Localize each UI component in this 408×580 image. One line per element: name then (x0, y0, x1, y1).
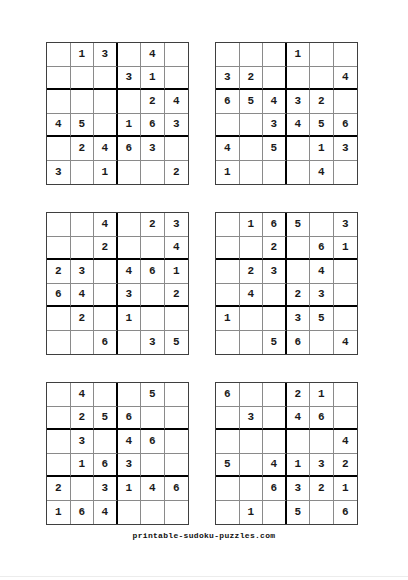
sudoku-cell-r6c6[interactable] (334, 161, 358, 185)
sudoku-cell-r2c5: 1 (141, 67, 165, 91)
sudoku-cell-r5c6: 3 (334, 137, 358, 161)
sudoku-cell-r5c2: 2 (71, 137, 95, 161)
sudoku-cell-r2c1: 3 (216, 67, 240, 91)
sudoku-cell-r6c3: 4 (94, 501, 118, 525)
sudoku-cell-r6c4: 5 (287, 501, 311, 525)
sudoku-cell-r5c6[interactable] (165, 307, 189, 331)
sudoku-cell-r4c4: 3 (118, 284, 142, 308)
sudoku-cell-r5c3: 4 (94, 137, 118, 161)
sudoku-cell-r3c3[interactable] (94, 90, 118, 114)
sudoku-cell-r1c4: 5 (287, 213, 311, 237)
sudoku-cell-r1c4: 1 (287, 43, 311, 67)
sudoku-cell-r1c5: 2 (141, 213, 165, 237)
sudoku-cell-r4c4: 4 (287, 114, 311, 138)
sudoku-cell-r6c5[interactable] (141, 161, 165, 185)
sudoku-cell-r2c6: 4 (165, 237, 189, 261)
sudoku-cell-r6c2: 6 (71, 501, 95, 525)
sudoku-cell-r2c3: 5 (94, 407, 118, 431)
sudoku-cell-r4c6: 2 (334, 454, 358, 478)
sudoku-cell-r2c6: 1 (334, 237, 358, 261)
sudoku-cell-r6c3[interactable] (263, 501, 287, 525)
sudoku-cell-r3c2: 2 (240, 260, 264, 284)
sudoku-cell-r2c5: 6 (310, 237, 334, 261)
sudoku-cell-r4c3: 4 (263, 454, 287, 478)
sudoku-cell-r5c1[interactable] (47, 307, 71, 331)
sudoku-cell-r2c2[interactable] (240, 237, 264, 261)
sudoku-cell-r2c3[interactable] (94, 67, 118, 91)
sudoku-cell-r1c6[interactable] (334, 383, 358, 407)
sudoku-cell-r4c2: 4 (71, 284, 95, 308)
sudoku-cell-r5c4: 3 (287, 477, 311, 501)
sudoku-cell-r6c1: 1 (47, 501, 71, 525)
sudoku-cell-r5c2[interactable] (71, 477, 95, 501)
sudoku-cell-r3c6: 4 (334, 430, 358, 454)
sudoku-cell-r1c2[interactable] (71, 213, 95, 237)
sudoku-cell-r6c1[interactable] (47, 331, 71, 355)
sudoku-cell-r4c1: 6 (47, 284, 71, 308)
sudoku-cell-r2c4[interactable] (118, 237, 142, 261)
sudoku-cell-r3c3[interactable] (263, 430, 287, 454)
sudoku-cell-r5c5: 1 (310, 137, 334, 161)
sudoku-cell-r1c3: 6 (263, 213, 287, 237)
sudoku-cell-r2c4: 6 (118, 407, 142, 431)
sudoku-cell-r2c2: 3 (240, 407, 264, 431)
sudoku-cell-r4c5: 3 (310, 454, 334, 478)
sudoku-cell-r2c6[interactable] (165, 67, 189, 91)
sudoku-cell-r6c4: 6 (287, 331, 311, 355)
sudoku-cell-r4c1[interactable] (47, 454, 71, 478)
sudoku-cell-r3c6: 4 (165, 90, 189, 114)
sudoku-cell-r5c3: 6 (263, 477, 287, 501)
sudoku-cell-r5c2: 2 (71, 307, 95, 331)
sudoku-cell-r6c5[interactable] (141, 501, 165, 525)
sudoku-cell-r1c2[interactable] (240, 43, 264, 67)
sudoku-cell-r2c3[interactable] (263, 407, 287, 431)
sudoku-cell-r2c3: 2 (94, 237, 118, 261)
sudoku-cell-r6c3: 5 (263, 331, 287, 355)
sudoku-cell-r5c5: 4 (141, 477, 165, 501)
sudoku-cell-r3c4[interactable] (118, 90, 142, 114)
sudoku-cell-r3c1[interactable] (47, 90, 71, 114)
sudoku-cell-r5c6: 6 (165, 477, 189, 501)
sudoku-cell-r5c1[interactable] (216, 477, 240, 501)
sudoku-cell-r4c6: 3 (165, 114, 189, 138)
sudoku-cell-r2c6[interactable] (334, 407, 358, 431)
sudoku-cell-r1c6[interactable] (165, 383, 189, 407)
sudoku-cell-r1c2: 1 (240, 213, 264, 237)
sudoku-cell-r1c5: 1 (310, 383, 334, 407)
sudoku-cell-r2c1[interactable] (216, 237, 240, 261)
sudoku-cell-r2c3: 2 (263, 237, 287, 261)
sudoku-cell-r5c3[interactable] (263, 307, 287, 331)
sudoku-cell-r4c2: 1 (71, 454, 95, 478)
sudoku-cell-r1c4[interactable] (118, 383, 142, 407)
sudoku-cell-r3c3[interactable] (94, 260, 118, 284)
sudoku-cell-r5c5[interactable] (141, 307, 165, 331)
sudoku-cell-r4c6: 2 (165, 284, 189, 308)
sudoku-cell-r1c5: 4 (141, 43, 165, 67)
sudoku-cell-r2c4: 3 (118, 67, 142, 91)
sudoku-cell-r4c3[interactable] (263, 284, 287, 308)
sudoku-cell-r2c2[interactable] (71, 67, 95, 91)
sudoku-cell-r6c2[interactable] (71, 331, 95, 355)
sudoku-cell-r3c5[interactable] (310, 430, 334, 454)
sudoku-cell-r3c6: 1 (165, 260, 189, 284)
sudoku-cell-r3c5: 6 (141, 430, 165, 454)
sudoku-cell-r6c3[interactable] (263, 161, 287, 185)
sudoku-cell-r3c4: 4 (118, 260, 142, 284)
sudoku-cell-r5c6: 1 (334, 477, 358, 501)
sudoku-cell-r5c6[interactable] (165, 137, 189, 161)
sudoku-cell-r4c3[interactable] (94, 284, 118, 308)
sudoku-cell-r5c2[interactable] (240, 307, 264, 331)
sudoku-cell-r2c1[interactable] (47, 237, 71, 261)
sudoku-cell-r4c1: 5 (216, 454, 240, 478)
sudoku-cell-r5c3: 5 (263, 137, 287, 161)
sudoku-cell-r4c3: 3 (263, 114, 287, 138)
sudoku-cell-r6c2[interactable] (240, 161, 264, 185)
sudoku-cell-r1c2: 1 (71, 43, 95, 67)
sudoku-cell-r4c5: 6 (141, 114, 165, 138)
sudoku-cell-r2c5: 6 (310, 407, 334, 431)
sudoku-cell-r1c2[interactable] (240, 383, 264, 407)
sudoku-cell-r3c1[interactable] (216, 260, 240, 284)
sudoku-cell-r1c4: 2 (287, 383, 311, 407)
sudoku-cell-r5c1: 2 (47, 477, 71, 501)
sudoku-cell-r6c4[interactable] (118, 161, 142, 185)
sudoku-cell-r5c4: 6 (118, 137, 142, 161)
sudoku-cell-r6c4[interactable] (287, 161, 311, 185)
sudoku-cell-r3c6[interactable] (334, 260, 358, 284)
sudoku-cell-r3c1: 6 (216, 90, 240, 114)
sudoku-cell-r5c4: 1 (118, 307, 142, 331)
sudoku-cell-r4c4: 3 (118, 454, 142, 478)
sudoku-cell-r3c1: 2 (47, 260, 71, 284)
sudoku-cell-r4c2[interactable] (240, 454, 264, 478)
sudoku-cell-r2c2: 2 (71, 407, 95, 431)
sudoku-cell-r1c1[interactable] (47, 213, 71, 237)
sudoku-cell-r4c6: 6 (334, 114, 358, 138)
sudoku-cell-r6c1[interactable] (216, 331, 240, 355)
sudoku-cell-r5c4: 3 (287, 307, 311, 331)
sudoku-cell-r6c4[interactable] (118, 331, 142, 355)
sudoku-cell-r2c1[interactable] (47, 407, 71, 431)
sudoku-cell-r4c4: 2 (287, 284, 311, 308)
sudoku-cell-r3c5: 6 (141, 260, 165, 284)
sudoku-cell-r4c2: 5 (71, 114, 95, 138)
sudoku-cell-r5c4: 1 (118, 477, 142, 501)
sudoku-cell-r4c3: 6 (94, 454, 118, 478)
sudoku-cell-r5c4[interactable] (287, 137, 311, 161)
sudoku-cell-r3c2[interactable] (240, 430, 264, 454)
sudoku-cell-r3c2: 5 (240, 90, 264, 114)
sudoku-cell-r1c6: 3 (165, 213, 189, 237)
sudoku-cell-r1c5[interactable] (310, 213, 334, 237)
sudoku-cell-r5c3[interactable] (94, 307, 118, 331)
sudoku-cell-r1c2: 4 (71, 383, 95, 407)
page-bottom-divider (0, 576, 408, 577)
sudoku-cell-r5c1: 1 (216, 307, 240, 331)
sudoku-cell-r4c4: 1 (287, 454, 311, 478)
sudoku-sheet: 1343124451632463312 1324654323456451314 … (46, 42, 358, 525)
sudoku-cell-r4c4: 1 (118, 114, 142, 138)
sudoku-cell-r3c5: 2 (310, 90, 334, 114)
sudoku-cell-r3c2: 3 (71, 260, 95, 284)
sudoku-cell-r4c2: 4 (240, 284, 264, 308)
sudoku-cell-r5c5: 2 (310, 477, 334, 501)
sudoku-cell-r3c2[interactable] (71, 90, 95, 114)
sudoku-cell-r5c6[interactable] (334, 307, 358, 331)
sudoku-cell-r3c1[interactable] (216, 430, 240, 454)
sudoku-cell-r2c4: 4 (287, 407, 311, 431)
sudoku-grid-bottom-left: 4525634616323146164 (46, 382, 189, 525)
sudoku-grid-top-right: 1324654323456451314 (215, 42, 358, 185)
sudoku-cell-r2c4[interactable] (287, 237, 311, 261)
sudoku-cell-r2c1[interactable] (216, 407, 240, 431)
sudoku-cell-r1c3[interactable] (263, 383, 287, 407)
sudoku-cell-r2c2[interactable] (71, 237, 95, 261)
sudoku-cell-r3c3: 4 (263, 90, 287, 114)
sudoku-cell-r6c1: 1 (216, 161, 240, 185)
sudoku-cell-r1c1[interactable] (216, 213, 240, 237)
sudoku-cell-r6c6[interactable] (165, 501, 189, 525)
sudoku-cell-r2c4[interactable] (287, 67, 311, 91)
sudoku-cell-r1c6: 3 (334, 213, 358, 237)
sudoku-cell-r2c3[interactable] (263, 67, 287, 91)
sudoku-cell-r3c4: 4 (118, 430, 142, 454)
sudoku-cell-r2c5[interactable] (141, 407, 165, 431)
sudoku-cell-r6c1: 3 (47, 161, 71, 185)
sudoku-cell-r3c1[interactable] (47, 430, 71, 454)
sudoku-cell-r3c3[interactable] (94, 430, 118, 454)
sudoku-cell-r1c3[interactable] (94, 383, 118, 407)
sudoku-cell-r2c1[interactable] (47, 67, 71, 91)
sudoku-cell-r4c6[interactable] (165, 454, 189, 478)
sudoku-cell-r2c6: 4 (334, 67, 358, 91)
sudoku-cell-r1c5[interactable] (310, 43, 334, 67)
sudoku-cell-r6c3: 1 (94, 161, 118, 185)
sudoku-cell-r6c1[interactable] (216, 501, 240, 525)
sudoku-cell-r6c5[interactable] (310, 501, 334, 525)
sudoku-cell-r1c3[interactable] (263, 43, 287, 67)
sudoku-cell-r1c1[interactable] (216, 43, 240, 67)
sudoku-cell-r3c3: 3 (263, 260, 287, 284)
sudoku-cell-r6c6: 2 (165, 161, 189, 185)
sudoku-cell-r4c5[interactable] (141, 284, 165, 308)
sudoku-cell-r5c3: 3 (94, 477, 118, 501)
sudoku-cell-r5c1[interactable] (47, 137, 71, 161)
sudoku-cell-r2c5[interactable] (310, 67, 334, 91)
sudoku-cell-r1c6[interactable] (165, 43, 189, 67)
sudoku-grid-middle-left: 4232423461643221635 (46, 212, 189, 355)
sudoku-cell-r6c6: 4 (334, 331, 358, 355)
sudoku-cell-r1c1[interactable] (47, 43, 71, 67)
sudoku-cell-r1c1: 6 (216, 383, 240, 407)
sudoku-cell-r3c5: 2 (141, 90, 165, 114)
sudoku-cell-r3c6[interactable] (334, 90, 358, 114)
sudoku-grid-middle-right: 1653261234423135564 (215, 212, 358, 355)
sudoku-cell-r5c1: 4 (216, 137, 240, 161)
sudoku-cell-r6c5[interactable] (310, 331, 334, 355)
sudoku-cell-r6c2: 1 (240, 501, 264, 525)
sudoku-cell-r3c5: 4 (310, 260, 334, 284)
sudoku-cell-r3c4[interactable] (287, 260, 311, 284)
site-footer: printable-sudoku-puzzles.com (0, 531, 408, 540)
sudoku-cell-r4c5: 3 (310, 284, 334, 308)
sudoku-cell-r4c5: 5 (310, 114, 334, 138)
sudoku-cell-r6c5: 4 (310, 161, 334, 185)
sudoku-cell-r5c2[interactable] (240, 477, 264, 501)
sudoku-cell-r1c3: 4 (94, 213, 118, 237)
sudoku-cell-r1c6[interactable] (334, 43, 358, 67)
sudoku-cell-r6c6: 5 (165, 331, 189, 355)
sudoku-cell-r3c4: 3 (287, 90, 311, 114)
sudoku-cell-r2c6[interactable] (165, 407, 189, 431)
sudoku-cell-r4c2[interactable] (240, 114, 264, 138)
sudoku-cell-r1c4[interactable] (118, 43, 142, 67)
sudoku-cell-r2c2: 2 (240, 67, 264, 91)
sudoku-cell-r4c3[interactable] (94, 114, 118, 138)
sudoku-cell-r5c5: 5 (310, 307, 334, 331)
sudoku-cell-r5c5: 3 (141, 137, 165, 161)
sudoku-cell-r4c1: 4 (47, 114, 71, 138)
sudoku-grid-top-left: 1343124451632463312 (46, 42, 189, 185)
sudoku-cell-r2c5[interactable] (141, 237, 165, 261)
sudoku-cell-r3c4[interactable] (287, 430, 311, 454)
sudoku-cell-r4c6[interactable] (334, 284, 358, 308)
sudoku-cell-r1c1[interactable] (47, 383, 71, 407)
sudoku-cell-r3c2: 3 (71, 430, 95, 454)
sudoku-cell-r6c2[interactable] (71, 161, 95, 185)
sudoku-cell-r6c6: 6 (334, 501, 358, 525)
sudoku-cell-r5c2[interactable] (240, 137, 264, 161)
sudoku-cell-r4c1[interactable] (216, 284, 240, 308)
sudoku-cell-r1c4[interactable] (118, 213, 142, 237)
sudoku-grid-bottom-right: 6213464541326321156 (215, 382, 358, 525)
sudoku-cell-r6c5: 3 (141, 331, 165, 355)
sudoku-cell-r1c5: 5 (141, 383, 165, 407)
sudoku-cell-r6c2[interactable] (240, 331, 264, 355)
sudoku-cell-r6c3: 6 (94, 331, 118, 355)
sudoku-cell-r1c3: 3 (94, 43, 118, 67)
sudoku-cell-r4c1[interactable] (216, 114, 240, 138)
sudoku-cell-r6c4[interactable] (118, 501, 142, 525)
sudoku-cell-r3c6[interactable] (165, 430, 189, 454)
sudoku-cell-r4c5[interactable] (141, 454, 165, 478)
